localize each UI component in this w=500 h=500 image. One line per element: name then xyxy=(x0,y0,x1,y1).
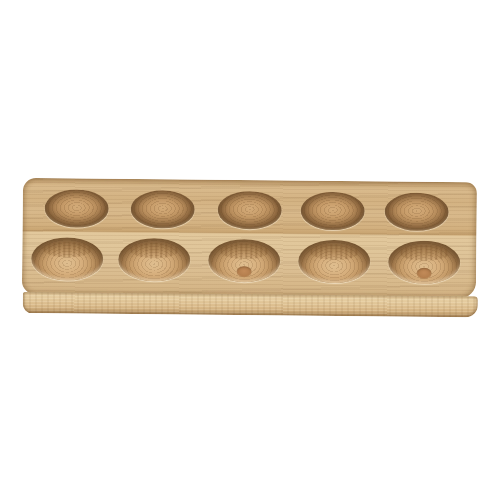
board-top-face xyxy=(22,178,477,298)
pit-front-5[interactable] xyxy=(388,241,460,285)
pit-front-4[interactable] xyxy=(298,240,370,284)
pit-front-2[interactable] xyxy=(118,238,190,282)
pit-back-4[interactable] xyxy=(301,192,365,231)
pit-back-1[interactable] xyxy=(45,189,109,228)
pit-back-5[interactable] xyxy=(385,192,449,231)
pit-back-3[interactable] xyxy=(218,191,282,230)
mancala-board xyxy=(22,178,479,322)
pit-front-3[interactable] xyxy=(208,239,280,283)
board-front-edge xyxy=(23,292,478,317)
product-photo-canvas xyxy=(0,0,500,500)
pit-back-2[interactable] xyxy=(131,190,195,229)
pit-front-1[interactable] xyxy=(31,237,103,281)
